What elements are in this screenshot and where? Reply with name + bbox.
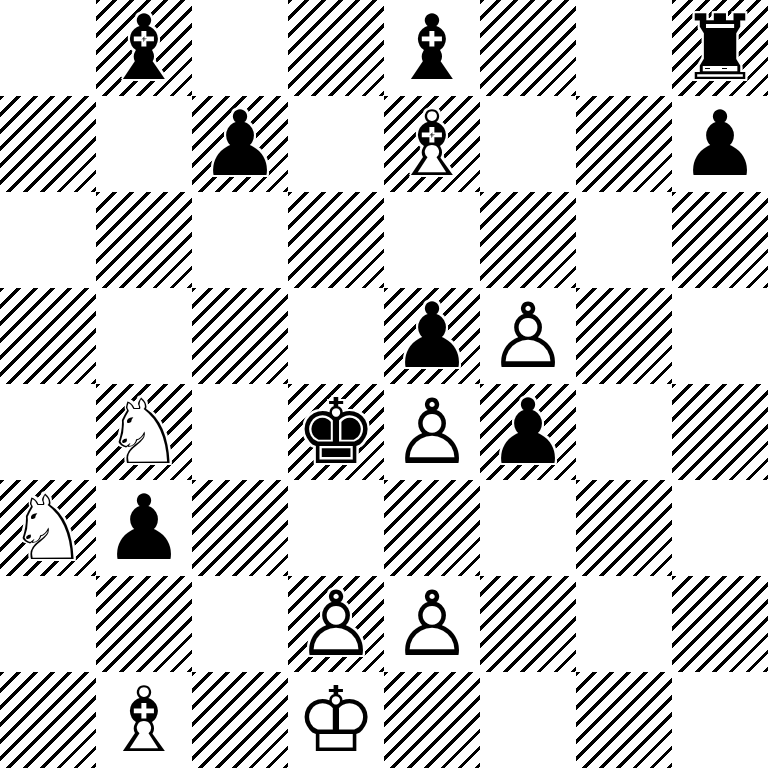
square-h1[interactable] bbox=[672, 672, 768, 768]
square-f1[interactable] bbox=[480, 672, 576, 768]
piece-outline-layer: ♙ bbox=[392, 387, 473, 477]
square-a5[interactable] bbox=[0, 288, 96, 384]
square-h7[interactable]: ♟ bbox=[672, 96, 768, 192]
black-bishop-piece[interactable]: ♝ bbox=[384, 0, 480, 96]
square-a1[interactable] bbox=[0, 672, 96, 768]
square-f7[interactable] bbox=[480, 96, 576, 192]
square-f3[interactable] bbox=[480, 480, 576, 576]
square-b1[interactable]: ♝♗ bbox=[96, 672, 192, 768]
piece-glyph: ♝ bbox=[104, 3, 185, 93]
piece-glyph: ♟ bbox=[680, 99, 761, 189]
square-g4[interactable] bbox=[576, 384, 672, 480]
square-b2[interactable] bbox=[96, 576, 192, 672]
square-g8[interactable] bbox=[576, 0, 672, 96]
square-e2[interactable]: ♟♙ bbox=[384, 576, 480, 672]
square-c6[interactable] bbox=[192, 192, 288, 288]
white-pawn-piece[interactable]: ♟♙ bbox=[288, 576, 384, 672]
chess-board: ♝♝♜♟♝♗♟♟♟♙♞♘♚♟♙♟♞♘♟♟♙♟♙♝♗♚♔ bbox=[0, 0, 768, 768]
piece-outline-layer: ♙ bbox=[392, 579, 473, 669]
square-c3[interactable] bbox=[192, 480, 288, 576]
square-b6[interactable] bbox=[96, 192, 192, 288]
square-g7[interactable] bbox=[576, 96, 672, 192]
square-e3[interactable] bbox=[384, 480, 480, 576]
square-h6[interactable] bbox=[672, 192, 768, 288]
square-a3[interactable]: ♞♘ bbox=[0, 480, 96, 576]
square-f2[interactable] bbox=[480, 576, 576, 672]
square-h4[interactable] bbox=[672, 384, 768, 480]
square-g6[interactable] bbox=[576, 192, 672, 288]
square-c5[interactable] bbox=[192, 288, 288, 384]
square-d7[interactable] bbox=[288, 96, 384, 192]
white-knight-piece[interactable]: ♞♘ bbox=[96, 384, 192, 480]
square-b5[interactable] bbox=[96, 288, 192, 384]
square-a6[interactable] bbox=[0, 192, 96, 288]
square-h5[interactable] bbox=[672, 288, 768, 384]
square-b3[interactable]: ♟ bbox=[96, 480, 192, 576]
black-pawn-piece[interactable]: ♟ bbox=[192, 96, 288, 192]
piece-glyph: ♟ bbox=[200, 99, 281, 189]
piece-outline-layer: ♙ bbox=[488, 291, 569, 381]
square-e4[interactable]: ♟♙ bbox=[384, 384, 480, 480]
square-g3[interactable] bbox=[576, 480, 672, 576]
square-d2[interactable]: ♟♙ bbox=[288, 576, 384, 672]
square-c8[interactable] bbox=[192, 0, 288, 96]
square-d6[interactable] bbox=[288, 192, 384, 288]
black-king-piece[interactable]: ♚ bbox=[288, 384, 384, 480]
square-d1[interactable]: ♚♔ bbox=[288, 672, 384, 768]
piece-glyph: ♟ bbox=[488, 387, 569, 477]
square-f6[interactable] bbox=[480, 192, 576, 288]
piece-glyph: ♟ bbox=[104, 483, 185, 573]
black-pawn-piece[interactable]: ♟ bbox=[96, 480, 192, 576]
square-h8[interactable]: ♜ bbox=[672, 0, 768, 96]
white-pawn-piece[interactable]: ♟♙ bbox=[480, 288, 576, 384]
square-g5[interactable] bbox=[576, 288, 672, 384]
white-bishop-piece[interactable]: ♝♗ bbox=[96, 672, 192, 768]
square-c4[interactable] bbox=[192, 384, 288, 480]
square-d8[interactable] bbox=[288, 0, 384, 96]
square-e6[interactable] bbox=[384, 192, 480, 288]
square-h2[interactable] bbox=[672, 576, 768, 672]
black-pawn-piece[interactable]: ♟ bbox=[480, 384, 576, 480]
square-b7[interactable] bbox=[96, 96, 192, 192]
square-d3[interactable] bbox=[288, 480, 384, 576]
square-b8[interactable]: ♝ bbox=[96, 0, 192, 96]
white-bishop-piece[interactable]: ♝♗ bbox=[384, 96, 480, 192]
square-e5[interactable]: ♟ bbox=[384, 288, 480, 384]
square-g1[interactable] bbox=[576, 672, 672, 768]
white-king-piece[interactable]: ♚♔ bbox=[288, 672, 384, 768]
square-c1[interactable] bbox=[192, 672, 288, 768]
square-h3[interactable] bbox=[672, 480, 768, 576]
square-a7[interactable] bbox=[0, 96, 96, 192]
square-a8[interactable] bbox=[0, 0, 96, 96]
piece-glyph: ♟ bbox=[392, 291, 473, 381]
white-pawn-piece[interactable]: ♟♙ bbox=[384, 384, 480, 480]
white-pawn-piece[interactable]: ♟♙ bbox=[384, 576, 480, 672]
piece-glyph: ♜ bbox=[680, 3, 761, 93]
square-f8[interactable] bbox=[480, 0, 576, 96]
square-b4[interactable]: ♞♘ bbox=[96, 384, 192, 480]
piece-outline-layer: ♗ bbox=[392, 99, 473, 189]
square-c2[interactable] bbox=[192, 576, 288, 672]
square-f4[interactable]: ♟ bbox=[480, 384, 576, 480]
piece-outline-layer: ♔ bbox=[296, 675, 377, 765]
square-a4[interactable] bbox=[0, 384, 96, 480]
square-e8[interactable]: ♝ bbox=[384, 0, 480, 96]
piece-glyph: ♝ bbox=[392, 3, 473, 93]
square-e1[interactable] bbox=[384, 672, 480, 768]
square-d4[interactable]: ♚ bbox=[288, 384, 384, 480]
piece-glyph: ♚ bbox=[296, 387, 377, 477]
square-a2[interactable] bbox=[0, 576, 96, 672]
square-e7[interactable]: ♝♗ bbox=[384, 96, 480, 192]
piece-outline-layer: ♘ bbox=[104, 387, 185, 477]
black-pawn-piece[interactable]: ♟ bbox=[672, 96, 768, 192]
black-bishop-piece[interactable]: ♝ bbox=[96, 0, 192, 96]
square-f5[interactable]: ♟♙ bbox=[480, 288, 576, 384]
square-g2[interactable] bbox=[576, 576, 672, 672]
piece-outline-layer: ♗ bbox=[104, 675, 185, 765]
piece-outline-layer: ♙ bbox=[296, 579, 377, 669]
black-pawn-piece[interactable]: ♟ bbox=[384, 288, 480, 384]
white-knight-piece[interactable]: ♞♘ bbox=[0, 480, 96, 576]
black-rook-piece[interactable]: ♜ bbox=[672, 0, 768, 96]
piece-outline-layer: ♘ bbox=[8, 483, 89, 573]
square-d5[interactable] bbox=[288, 288, 384, 384]
square-c7[interactable]: ♟ bbox=[192, 96, 288, 192]
